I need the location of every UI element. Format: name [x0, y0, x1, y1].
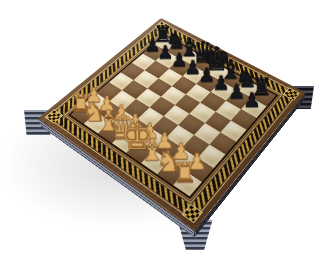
photo-canvas: ♜♞♝♛♚♝♞♜♟♟♟♟♟♟♟♟♟♟♟♟♟♟♟♟♜♞♝♛♚♝♞♜	[0, 0, 330, 257]
scene: ♜♞♝♛♚♝♞♜♟♟♟♟♟♟♟♟♟♟♟♟♟♟♟♟♜♞♝♛♚♝♞♜	[0, 0, 330, 257]
chess-board: ♜♞♝♛♚♝♞♜♟♟♟♟♟♟♟♟♟♟♟♟♟♟♟♟♜♞♝♛♚♝♞♜	[39, 18, 306, 230]
